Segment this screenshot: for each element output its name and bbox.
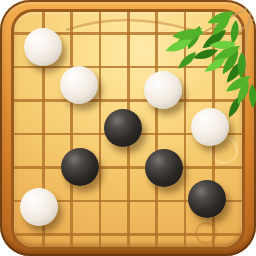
grid-hline (14, 166, 242, 169)
stone-white: ○ (60, 66, 98, 104)
stone-black: ● (188, 180, 226, 218)
grid-vline (70, 12, 73, 247)
stone-black: ● (104, 109, 142, 147)
gomoku-app-icon[interactable]: ○○○○○●●●● (0, 0, 256, 256)
bamboo-decoration (150, 0, 256, 122)
stone-white: ○ (24, 28, 62, 66)
stone-white: ○ (20, 188, 58, 226)
grid-vline (99, 12, 102, 247)
grid-hline (14, 233, 242, 236)
stone-black: ● (61, 148, 99, 186)
stone-black: ● (145, 149, 183, 187)
